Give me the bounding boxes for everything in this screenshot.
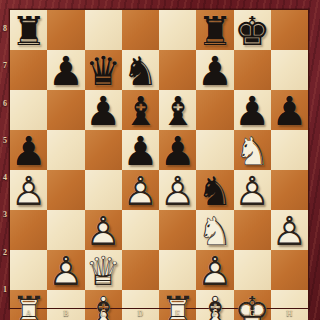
white-pawn[interactable]: ♟♙ [85, 211, 121, 251]
square-h8[interactable] [271, 10, 308, 50]
square-h5[interactable] [271, 130, 308, 170]
file-label-g: G [234, 307, 271, 320]
square-c6[interactable]: ♟ [85, 90, 122, 130]
black-pawn[interactable]: ♟ [85, 91, 121, 131]
piece-glyph: ♞ [197, 171, 233, 211]
black-pawn[interactable]: ♟ [197, 51, 233, 91]
square-d4[interactable]: ♟♙ [122, 170, 159, 210]
square-c4[interactable] [85, 170, 122, 210]
square-h3[interactable]: ♟♙ [271, 210, 308, 250]
piece-glyph: ♜ [11, 11, 47, 51]
white-knight[interactable]: ♞♘ [234, 131, 270, 171]
square-h4[interactable] [271, 170, 308, 210]
black-king[interactable]: ♚ [234, 11, 270, 51]
piece-glyph: ♞ [122, 51, 158, 91]
square-b5[interactable] [47, 130, 84, 170]
piece-glyph: ♝ [122, 91, 158, 131]
square-g8[interactable]: ♚ [234, 10, 271, 50]
file-label-h: H [271, 307, 308, 320]
square-b4[interactable] [47, 170, 84, 210]
white-pawn[interactable]: ♟♙ [122, 171, 158, 211]
square-d3[interactable] [122, 210, 159, 250]
rank-label-6: 6 [0, 85, 10, 122]
piece-glyph: ♜ [197, 11, 233, 51]
square-g2[interactable] [234, 250, 271, 290]
piece-outline-glyph: ♘ [197, 211, 233, 251]
file-labels: ABCDEFGH [10, 307, 308, 320]
square-a2[interactable] [10, 250, 47, 290]
file-label-b: B [47, 307, 84, 320]
square-a3[interactable] [10, 210, 47, 250]
file-label-f: F [196, 307, 233, 320]
piece-glyph: ♟ [11, 131, 47, 171]
square-d8[interactable] [122, 10, 159, 50]
white-queen[interactable]: ♛♕ [85, 251, 121, 291]
square-f5[interactable] [196, 130, 233, 170]
piece-outline-glyph: ♙ [122, 171, 158, 211]
square-c5[interactable] [85, 130, 122, 170]
rank-label-1: 1 [0, 271, 10, 308]
square-f6[interactable] [196, 90, 233, 130]
piece-glyph: ♟ [271, 91, 307, 131]
black-pawn[interactable]: ♟ [271, 91, 307, 131]
square-b3[interactable] [47, 210, 84, 250]
square-g7[interactable] [234, 50, 271, 90]
square-c8[interactable] [85, 10, 122, 50]
square-a5[interactable]: ♟ [10, 130, 47, 170]
square-e8[interactable] [159, 10, 196, 50]
square-a4[interactable]: ♟♙ [10, 170, 47, 210]
square-e2[interactable] [159, 250, 196, 290]
square-e7[interactable] [159, 50, 196, 90]
square-b6[interactable] [47, 90, 84, 130]
piece-glyph: ♛ [85, 51, 121, 91]
board-frame: ♜♜♚♟♛♞♟♟♝♝♟♟♟♟♟♞♘♟♙♟♙♟♙♞♟♙♟♙♞♘♟♙♟♙♛♕♟♙♜♖… [0, 0, 320, 320]
square-e4[interactable]: ♟♙ [159, 170, 196, 210]
square-a7[interactable] [10, 50, 47, 90]
square-g4[interactable]: ♟♙ [234, 170, 271, 210]
black-pawn[interactable]: ♟ [11, 131, 47, 171]
white-pawn[interactable]: ♟♙ [48, 251, 84, 291]
file-label-e: E [159, 307, 196, 320]
rank-label-5: 5 [0, 122, 10, 159]
piece-outline-glyph: ♕ [85, 251, 121, 291]
black-bishop[interactable]: ♝ [122, 91, 158, 131]
black-queen[interactable]: ♛ [85, 51, 121, 91]
file-label-a: A [10, 307, 47, 320]
square-h6[interactable]: ♟ [271, 90, 308, 130]
square-e6[interactable]: ♝ [159, 90, 196, 130]
rank-label-2: 2 [0, 234, 10, 271]
piece-outline-glyph: ♙ [271, 211, 307, 251]
square-d5[interactable]: ♟ [122, 130, 159, 170]
square-b8[interactable] [47, 10, 84, 50]
piece-outline-glyph: ♙ [11, 171, 47, 211]
square-e3[interactable] [159, 210, 196, 250]
square-d2[interactable] [122, 250, 159, 290]
white-pawn[interactable]: ♟♙ [234, 171, 270, 211]
rank-labels: 87654321 [0, 10, 10, 308]
square-b7[interactable]: ♟ [47, 50, 84, 90]
square-c2[interactable]: ♛♕ [85, 250, 122, 290]
piece-outline-glyph: ♙ [48, 251, 84, 291]
square-f3[interactable]: ♞♘ [196, 210, 233, 250]
piece-outline-glyph: ♙ [160, 171, 196, 211]
piece-glyph: ♝ [160, 91, 196, 131]
piece-outline-glyph: ♘ [234, 131, 270, 171]
black-pawn[interactable]: ♟ [234, 91, 270, 131]
square-e5[interactable]: ♟ [159, 130, 196, 170]
black-pawn[interactable]: ♟ [122, 131, 158, 171]
piece-glyph: ♟ [122, 131, 158, 171]
piece-glyph: ♟ [160, 131, 196, 171]
square-c7[interactable]: ♛ [85, 50, 122, 90]
square-g6[interactable]: ♟ [234, 90, 271, 130]
square-f7[interactable]: ♟ [196, 50, 233, 90]
chess-board: ♜♜♚♟♛♞♟♟♝♝♟♟♟♟♟♞♘♟♙♟♙♟♙♞♟♙♟♙♞♘♟♙♟♙♛♕♟♙♜♖… [10, 10, 308, 308]
rank-label-3: 3 [0, 196, 10, 233]
square-f8[interactable]: ♜ [196, 10, 233, 50]
square-d7[interactable]: ♞ [122, 50, 159, 90]
square-c3[interactable]: ♟♙ [85, 210, 122, 250]
piece-outline-glyph: ♙ [234, 171, 270, 211]
piece-glyph: ♚ [234, 11, 270, 51]
square-f2[interactable]: ♟♙ [196, 250, 233, 290]
square-f4[interactable]: ♞ [196, 170, 233, 210]
white-pawn[interactable]: ♟♙ [11, 171, 47, 211]
white-pawn[interactable]: ♟♙ [197, 251, 233, 291]
square-h7[interactable] [271, 50, 308, 90]
white-pawn[interactable]: ♟♙ [271, 211, 307, 251]
file-label-c: C [85, 307, 122, 320]
piece-outline-glyph: ♙ [85, 211, 121, 251]
square-h2[interactable] [271, 250, 308, 290]
piece-glyph: ♟ [197, 51, 233, 91]
piece-glyph: ♟ [234, 91, 270, 131]
rank-label-8: 8 [0, 10, 10, 47]
black-rook[interactable]: ♜ [197, 11, 233, 51]
black-pawn[interactable]: ♟ [160, 131, 196, 171]
square-g5[interactable]: ♞♘ [234, 130, 271, 170]
black-bishop[interactable]: ♝ [160, 91, 196, 131]
black-pawn[interactable]: ♟ [48, 51, 84, 91]
black-rook[interactable]: ♜ [11, 11, 47, 51]
piece-glyph: ♟ [85, 91, 121, 131]
piece-outline-glyph: ♙ [197, 251, 233, 291]
white-knight[interactable]: ♞♘ [197, 211, 233, 251]
piece-glyph: ♟ [48, 51, 84, 91]
square-a6[interactable] [10, 90, 47, 130]
black-knight[interactable]: ♞ [122, 51, 158, 91]
rank-label-7: 7 [0, 47, 10, 84]
rank-label-4: 4 [0, 159, 10, 196]
file-label-d: D [122, 307, 159, 320]
square-a8[interactable]: ♜ [10, 10, 47, 50]
square-b2[interactable]: ♟♙ [47, 250, 84, 290]
white-pawn[interactable]: ♟♙ [160, 171, 196, 211]
square-g3[interactable] [234, 210, 271, 250]
square-d6[interactable]: ♝ [122, 90, 159, 130]
black-knight[interactable]: ♞ [197, 171, 233, 211]
